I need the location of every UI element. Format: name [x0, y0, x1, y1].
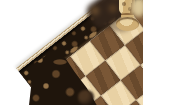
piece-base [116, 17, 139, 31]
page: { "game": "chess", "position": { "fen": … [0, 0, 175, 105]
carved-corner-knob [78, 90, 94, 105]
blurred-light-piece [131, 0, 143, 17]
product-photo [0, 0, 143, 105]
